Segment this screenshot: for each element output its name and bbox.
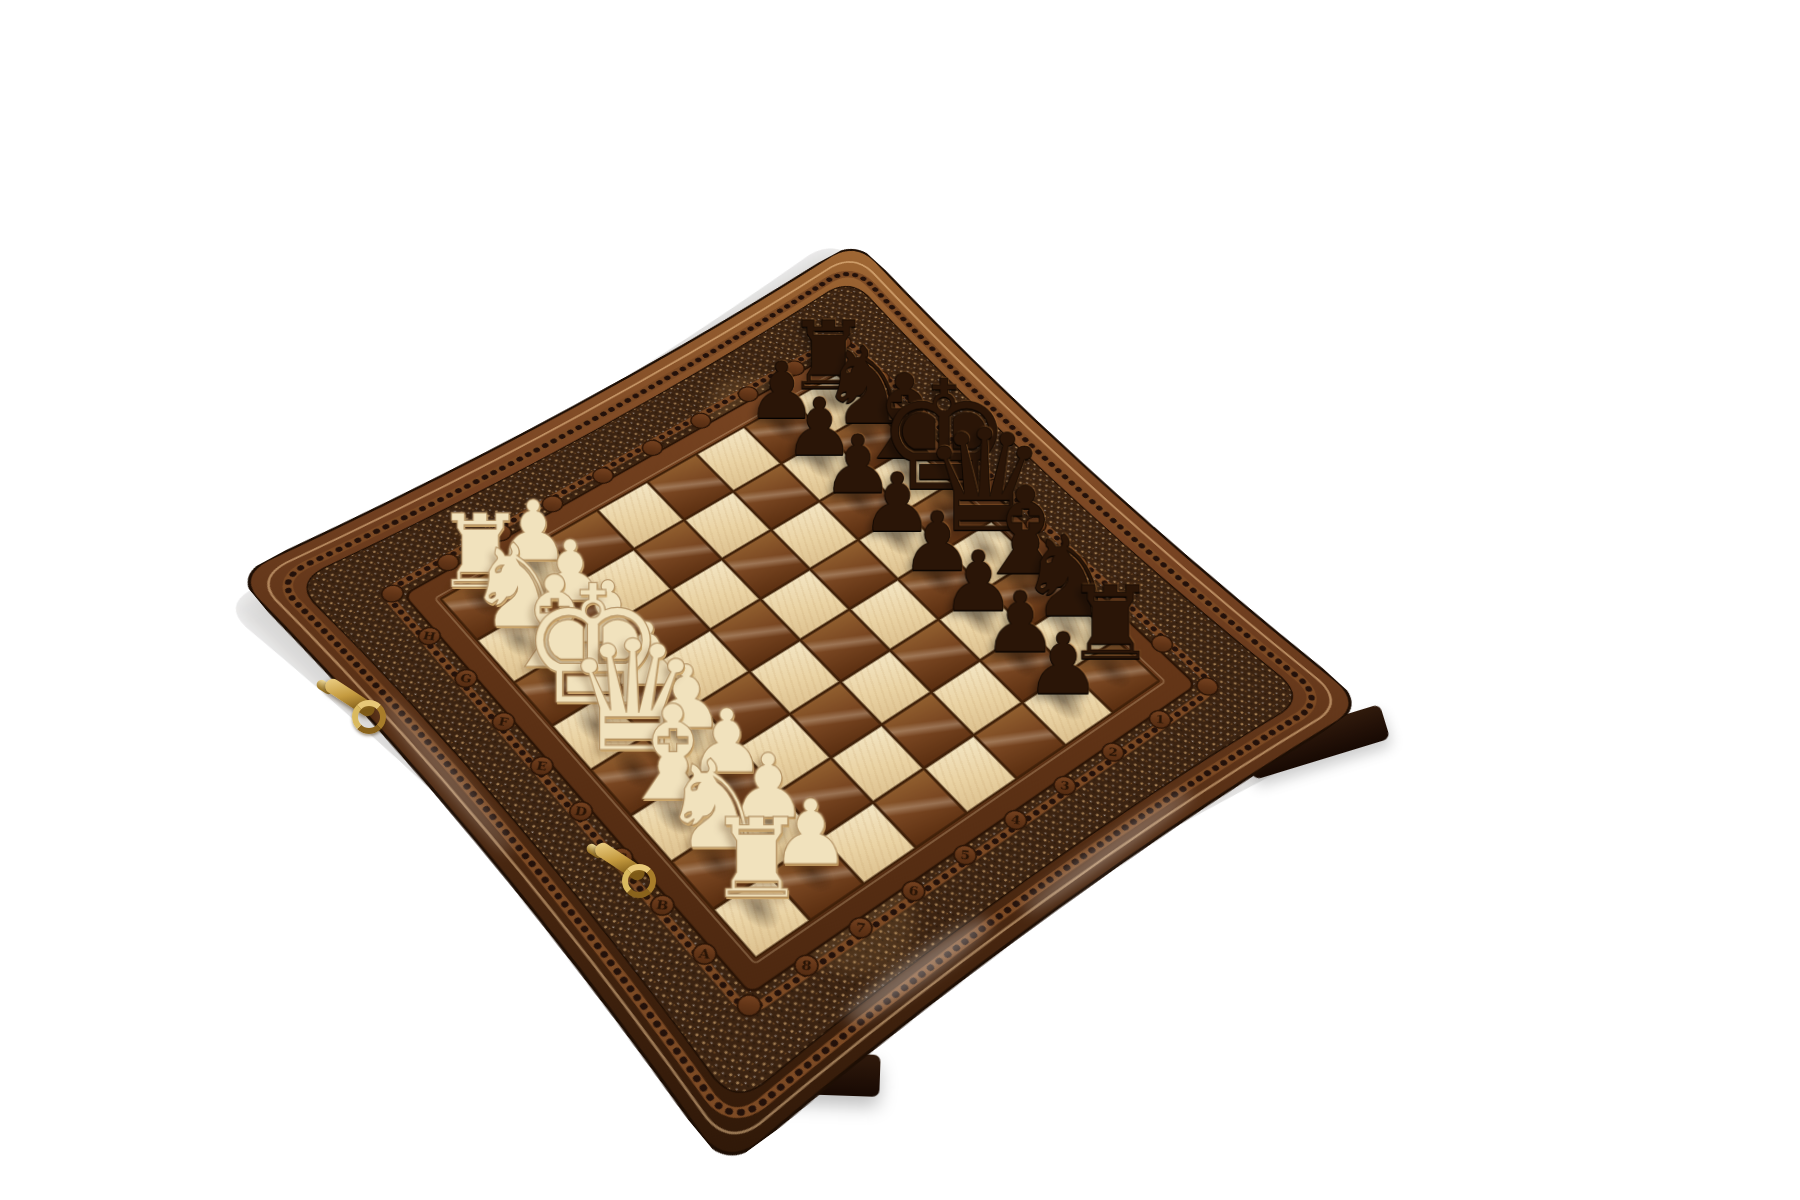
svg-text:4: 4: [1010, 812, 1020, 827]
svg-text:5: 5: [960, 847, 971, 862]
svg-text:1: 1: [1155, 712, 1164, 726]
wooden-case: HGFEDCBA12345678 ♜♞♝♚♛♝♞♜♟♟♟♟♟♟♟♟♟♟♟♟♟♟♟…: [238, 243, 1362, 1167]
svg-text:6: 6: [908, 883, 919, 899]
svg-text:2: 2: [1108, 745, 1118, 759]
clasp-hook-icon: [622, 864, 656, 898]
svg-text:3: 3: [1060, 778, 1070, 793]
piece-glyph: ♜: [664, 799, 849, 918]
product-photo-scene: Hand-carved wooden chess set in starting…: [0, 0, 1800, 1200]
svg-text:8: 8: [801, 957, 813, 973]
svg-text:7: 7: [855, 920, 866, 936]
perspective-viewport: HGFEDCBA12345678 ♜♞♝♚♛♝♞♜♟♟♟♟♟♟♟♟♟♟♟♟♟♟♟…: [0, 0, 1800, 1200]
piece-glyph: ♟: [977, 619, 1149, 711]
clasp-hook-icon: [352, 700, 386, 734]
